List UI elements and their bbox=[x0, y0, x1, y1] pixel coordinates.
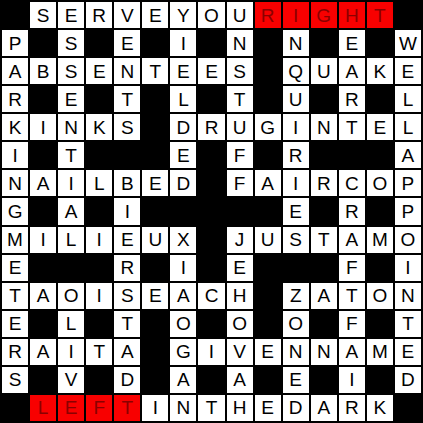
cell-r10c1[interactable]: A bbox=[30, 283, 56, 309]
cell-r2c5[interactable]: T bbox=[142, 58, 168, 84]
cell-r11c12[interactable]: F bbox=[339, 311, 365, 337]
cell-r9c7 bbox=[198, 255, 224, 281]
cell-r2c4[interactable]: N bbox=[114, 58, 140, 84]
cell-r6c1[interactable]: A bbox=[30, 170, 56, 196]
cell-r13c6[interactable]: A bbox=[170, 367, 196, 393]
cell-r12c9[interactable]: E bbox=[255, 339, 281, 365]
cell-r1c6[interactable]: I bbox=[170, 30, 196, 56]
cell-r7c1 bbox=[30, 198, 56, 224]
crossword-grid: SERVEYOURIGHTPSEINNEWABSENTEESQUAKERETLT… bbox=[0, 0, 423, 423]
cell-r8c0[interactable]: M bbox=[2, 227, 28, 253]
cell-r13c5 bbox=[142, 367, 168, 393]
cell-r4c0[interactable]: K bbox=[2, 114, 28, 140]
cell-r9c6[interactable]: I bbox=[170, 255, 196, 281]
cell-r10c2[interactable]: O bbox=[58, 283, 84, 309]
cell-r4c3[interactable]: K bbox=[86, 114, 112, 140]
cell-r13c9 bbox=[255, 367, 281, 393]
cell-r6c5[interactable]: E bbox=[142, 170, 168, 196]
cell-r13c11 bbox=[311, 367, 337, 393]
cell-r14c5[interactable]: I bbox=[142, 395, 168, 421]
cell-r10c4[interactable]: S bbox=[114, 283, 140, 309]
cell-r11c1 bbox=[30, 311, 56, 337]
cell-r6c12[interactable]: C bbox=[339, 170, 365, 196]
cell-r0c14 bbox=[395, 2, 421, 28]
cell-r13c8[interactable]: A bbox=[227, 367, 253, 393]
cell-r14c11[interactable]: A bbox=[311, 395, 337, 421]
cell-r12c14[interactable]: E bbox=[395, 339, 421, 365]
cell-r1c13 bbox=[367, 30, 393, 56]
cell-r4c8[interactable]: U bbox=[227, 114, 253, 140]
cell-r8c9[interactable]: U bbox=[255, 227, 281, 253]
cell-r9c3 bbox=[86, 255, 112, 281]
cell-r8c3[interactable]: I bbox=[86, 227, 112, 253]
cell-r0c10[interactable]: I bbox=[283, 2, 309, 28]
cell-r4c14[interactable]: L bbox=[395, 114, 421, 140]
cell-r12c0[interactable]: R bbox=[2, 339, 28, 365]
cell-r1c1 bbox=[30, 30, 56, 56]
cell-r3c4[interactable]: T bbox=[114, 86, 140, 112]
cell-r9c2 bbox=[58, 255, 84, 281]
cell-r1c0[interactable]: P bbox=[2, 30, 28, 56]
cell-r0c8[interactable]: U bbox=[227, 2, 253, 28]
cell-r10c12[interactable]: T bbox=[339, 283, 365, 309]
cell-r12c11[interactable]: N bbox=[311, 339, 337, 365]
cell-r0c5[interactable]: E bbox=[142, 2, 168, 28]
cell-r5c11 bbox=[311, 142, 337, 168]
cell-r4c2[interactable]: N bbox=[58, 114, 84, 140]
cell-r6c2[interactable]: I bbox=[58, 170, 84, 196]
cell-r6c13[interactable]: O bbox=[367, 170, 393, 196]
cell-r3c6[interactable]: L bbox=[170, 86, 196, 112]
cell-r0c7[interactable]: O bbox=[198, 2, 224, 28]
cell-r10c6[interactable]: A bbox=[170, 283, 196, 309]
cell-r4c6[interactable]: D bbox=[170, 114, 196, 140]
cell-r3c1 bbox=[30, 86, 56, 112]
cell-r14c13[interactable]: K bbox=[367, 395, 393, 421]
cell-r14c4[interactable]: T bbox=[114, 395, 140, 421]
cell-r3c9 bbox=[255, 86, 281, 112]
cell-r4c10[interactable]: I bbox=[283, 114, 309, 140]
cell-r14c6[interactable]: N bbox=[170, 395, 196, 421]
cell-r0c1[interactable]: S bbox=[30, 2, 56, 28]
cell-r9c8[interactable]: E bbox=[227, 255, 253, 281]
cell-r14c10[interactable]: D bbox=[283, 395, 309, 421]
cell-r0c9[interactable]: R bbox=[255, 2, 281, 28]
cell-r9c12[interactable]: F bbox=[339, 255, 365, 281]
cell-r8c8[interactable]: J bbox=[227, 227, 253, 253]
cell-r0c11[interactable]: G bbox=[311, 2, 337, 28]
cell-r6c6[interactable]: D bbox=[170, 170, 196, 196]
cell-r12c5 bbox=[142, 339, 168, 365]
cell-r14c1[interactable]: L bbox=[30, 395, 56, 421]
cell-r13c7 bbox=[198, 367, 224, 393]
cell-r11c6[interactable]: O bbox=[170, 311, 196, 337]
cell-r10c13[interactable]: O bbox=[367, 283, 393, 309]
cell-r5c8[interactable]: F bbox=[227, 142, 253, 168]
cell-r1c4[interactable]: E bbox=[114, 30, 140, 56]
cell-r8c13[interactable]: M bbox=[367, 227, 393, 253]
cell-r13c4[interactable]: D bbox=[114, 367, 140, 393]
cell-r4c11[interactable]: N bbox=[311, 114, 337, 140]
cell-r2c7[interactable]: E bbox=[198, 58, 224, 84]
cell-r12c2[interactable]: I bbox=[58, 339, 84, 365]
cell-r10c5[interactable]: E bbox=[142, 283, 168, 309]
cell-r7c13 bbox=[367, 198, 393, 224]
cell-r6c0[interactable]: N bbox=[2, 170, 28, 196]
cell-r0c2[interactable]: E bbox=[58, 2, 84, 28]
cell-r4c7[interactable]: R bbox=[198, 114, 224, 140]
cell-r2c11[interactable]: U bbox=[311, 58, 337, 84]
cell-r13c1 bbox=[30, 367, 56, 393]
cell-r1c9 bbox=[255, 30, 281, 56]
cell-r5c9 bbox=[255, 142, 281, 168]
cell-r3c11 bbox=[311, 86, 337, 112]
cell-r13c2[interactable]: V bbox=[58, 367, 84, 393]
cell-r11c10[interactable]: O bbox=[283, 311, 309, 337]
cell-r5c3 bbox=[86, 142, 112, 168]
cell-r5c0[interactable]: I bbox=[2, 142, 28, 168]
cell-r3c12[interactable]: R bbox=[339, 86, 365, 112]
cell-r8c6[interactable]: X bbox=[170, 227, 196, 253]
cell-r4c5 bbox=[142, 114, 168, 140]
cell-r13c14[interactable]: D bbox=[395, 367, 421, 393]
cell-r2c3[interactable]: E bbox=[86, 58, 112, 84]
cell-r12c8[interactable]: V bbox=[227, 339, 253, 365]
cell-r9c5 bbox=[142, 255, 168, 281]
cell-r9c13 bbox=[367, 255, 393, 281]
cell-r10c9 bbox=[255, 283, 281, 309]
cell-r9c4[interactable]: R bbox=[114, 255, 140, 281]
cell-r7c4[interactable]: I bbox=[114, 198, 140, 224]
cell-r7c9 bbox=[255, 198, 281, 224]
cell-r3c0[interactable]: R bbox=[2, 86, 28, 112]
cell-r5c12 bbox=[339, 142, 365, 168]
cell-r13c13 bbox=[367, 367, 393, 393]
cell-r1c10[interactable]: N bbox=[283, 30, 309, 56]
cell-r1c7 bbox=[198, 30, 224, 56]
cell-r1c3 bbox=[86, 30, 112, 56]
cell-r7c14[interactable]: P bbox=[395, 198, 421, 224]
cell-r6c14[interactable]: P bbox=[395, 170, 421, 196]
cell-r4c13[interactable]: E bbox=[367, 114, 393, 140]
cell-r12c6[interactable]: G bbox=[170, 339, 196, 365]
cell-r9c14[interactable]: I bbox=[395, 255, 421, 281]
cell-r11c9 bbox=[255, 311, 281, 337]
cell-r11c7 bbox=[198, 311, 224, 337]
cell-r0c0 bbox=[2, 2, 28, 28]
cell-r0c13[interactable]: T bbox=[367, 2, 393, 28]
cell-r3c13 bbox=[367, 86, 393, 112]
cell-r9c1 bbox=[30, 255, 56, 281]
cell-r4c1[interactable]: I bbox=[30, 114, 56, 140]
cell-r3c2[interactable]: E bbox=[58, 86, 84, 112]
cell-r8c4[interactable]: E bbox=[114, 227, 140, 253]
cell-r6c11[interactable]: R bbox=[311, 170, 337, 196]
cell-r5c2[interactable]: T bbox=[58, 142, 84, 168]
cell-r3c5 bbox=[142, 86, 168, 112]
cell-r12c1[interactable]: A bbox=[30, 339, 56, 365]
cell-r9c11 bbox=[311, 255, 337, 281]
cell-r11c5 bbox=[142, 311, 168, 337]
cell-r10c8[interactable]: H bbox=[227, 283, 253, 309]
cell-r11c0[interactable]: E bbox=[2, 311, 28, 337]
cell-r5c13 bbox=[367, 142, 393, 168]
cell-r7c7 bbox=[198, 198, 224, 224]
cell-r7c11 bbox=[311, 198, 337, 224]
cell-r7c0[interactable]: G bbox=[2, 198, 28, 224]
cell-r7c6 bbox=[170, 198, 196, 224]
cell-r6c3[interactable]: L bbox=[86, 170, 112, 196]
cell-r10c14[interactable]: N bbox=[395, 283, 421, 309]
cell-r8c11[interactable]: T bbox=[311, 227, 337, 253]
cell-r14c2[interactable]: E bbox=[58, 395, 84, 421]
cell-r4c9[interactable]: G bbox=[255, 114, 281, 140]
cell-r0c3[interactable]: R bbox=[86, 2, 112, 28]
cell-r5c14[interactable]: A bbox=[395, 142, 421, 168]
cell-r9c0[interactable]: E bbox=[2, 255, 28, 281]
cell-r12c7[interactable]: I bbox=[198, 339, 224, 365]
cell-r7c10[interactable]: E bbox=[283, 198, 309, 224]
cell-r0c4[interactable]: V bbox=[114, 2, 140, 28]
cell-r1c11 bbox=[311, 30, 337, 56]
cell-r2c12[interactable]: A bbox=[339, 58, 365, 84]
cell-r7c2[interactable]: A bbox=[58, 198, 84, 224]
cell-r3c14[interactable]: L bbox=[395, 86, 421, 112]
cell-r9c9 bbox=[255, 255, 281, 281]
cell-r12c3[interactable]: T bbox=[86, 339, 112, 365]
cell-r5c1 bbox=[30, 142, 56, 168]
cell-r4c12[interactable]: T bbox=[339, 114, 365, 140]
cell-r2c8[interactable]: S bbox=[227, 58, 253, 84]
cell-r0c12[interactable]: H bbox=[339, 2, 365, 28]
cell-r8c1[interactable]: I bbox=[30, 227, 56, 253]
cell-r5c5 bbox=[142, 142, 168, 168]
cell-r6c4[interactable]: B bbox=[114, 170, 140, 196]
cell-r10c0[interactable]: T bbox=[2, 283, 28, 309]
cell-r8c5[interactable]: U bbox=[142, 227, 168, 253]
cell-r4c4[interactable]: S bbox=[114, 114, 140, 140]
cell-r5c7 bbox=[198, 142, 224, 168]
cell-r11c14[interactable]: T bbox=[395, 311, 421, 337]
cell-r6c7 bbox=[198, 170, 224, 196]
cell-r11c4[interactable]: T bbox=[114, 311, 140, 337]
cell-r3c7 bbox=[198, 86, 224, 112]
cell-r1c8[interactable]: N bbox=[227, 30, 253, 56]
cell-r2c6[interactable]: E bbox=[170, 58, 196, 84]
cell-r14c3[interactable]: F bbox=[86, 395, 112, 421]
cell-r10c11[interactable]: A bbox=[311, 283, 337, 309]
cell-r14c14 bbox=[395, 395, 421, 421]
cell-r2c1[interactable]: B bbox=[30, 58, 56, 84]
cell-r2c10[interactable]: Q bbox=[283, 58, 309, 84]
cell-r1c12[interactable]: E bbox=[339, 30, 365, 56]
cell-r13c10[interactable]: E bbox=[283, 367, 309, 393]
cell-r11c13 bbox=[367, 311, 393, 337]
cell-r12c4[interactable]: A bbox=[114, 339, 140, 365]
cell-r6c9[interactable]: A bbox=[255, 170, 281, 196]
cell-r11c11 bbox=[311, 311, 337, 337]
cell-r2c9 bbox=[255, 58, 281, 84]
cell-r3c3 bbox=[86, 86, 112, 112]
cell-r13c3 bbox=[86, 367, 112, 393]
cell-r8c14[interactable]: O bbox=[395, 227, 421, 253]
cell-r1c5 bbox=[142, 30, 168, 56]
cell-r11c8[interactable]: O bbox=[227, 311, 253, 337]
cell-r6c8[interactable]: F bbox=[227, 170, 253, 196]
cell-r10c10[interactable]: Z bbox=[283, 283, 309, 309]
cell-r7c3 bbox=[86, 198, 112, 224]
cell-r2c2[interactable]: S bbox=[58, 58, 84, 84]
cell-r14c9[interactable]: E bbox=[255, 395, 281, 421]
cell-r5c4 bbox=[114, 142, 140, 168]
cell-r14c8[interactable]: H bbox=[227, 395, 253, 421]
cell-r12c10[interactable]: N bbox=[283, 339, 309, 365]
cell-r8c7 bbox=[198, 227, 224, 253]
cell-r13c0[interactable]: S bbox=[2, 367, 28, 393]
cell-r2c0[interactable]: A bbox=[2, 58, 28, 84]
cell-r12c12[interactable]: A bbox=[339, 339, 365, 365]
cell-r11c3 bbox=[86, 311, 112, 337]
cell-r3c8[interactable]: T bbox=[227, 86, 253, 112]
cell-r8c12[interactable]: A bbox=[339, 227, 365, 253]
cell-r7c12[interactable]: R bbox=[339, 198, 365, 224]
cell-r9c10 bbox=[283, 255, 309, 281]
cell-r11c2[interactable]: L bbox=[58, 311, 84, 337]
cell-r14c7[interactable]: T bbox=[198, 395, 224, 421]
cell-r6c10[interactable]: I bbox=[283, 170, 309, 196]
cell-r3c10[interactable]: U bbox=[283, 86, 309, 112]
cell-r1c14[interactable]: W bbox=[395, 30, 421, 56]
cell-r8c2[interactable]: L bbox=[58, 227, 84, 253]
cell-r7c8 bbox=[227, 198, 253, 224]
cell-r5c6[interactable]: E bbox=[170, 142, 196, 168]
cell-r0c6[interactable]: Y bbox=[170, 2, 196, 28]
cell-r2c13[interactable]: K bbox=[367, 58, 393, 84]
cell-r12c13[interactable]: M bbox=[367, 339, 393, 365]
cell-r14c12[interactable]: R bbox=[339, 395, 365, 421]
cell-r13c12[interactable]: I bbox=[339, 367, 365, 393]
cell-r10c7[interactable]: C bbox=[198, 283, 224, 309]
cell-r2c14[interactable]: E bbox=[395, 58, 421, 84]
cell-r14c0 bbox=[2, 395, 28, 421]
cell-r1c2[interactable]: S bbox=[58, 30, 84, 56]
cell-r8c10[interactable]: S bbox=[283, 227, 309, 253]
cell-r5c10[interactable]: R bbox=[283, 142, 309, 168]
cell-r10c3[interactable]: I bbox=[86, 283, 112, 309]
cell-r7c5 bbox=[142, 198, 168, 224]
